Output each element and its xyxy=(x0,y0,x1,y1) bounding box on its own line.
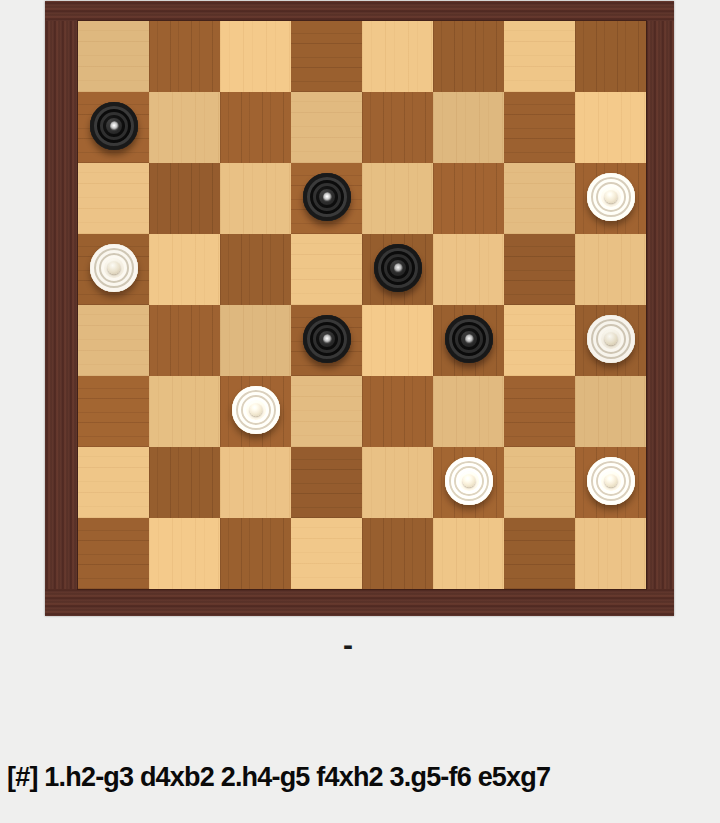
square-a4[interactable] xyxy=(78,305,149,376)
white-piece-h2[interactable] xyxy=(587,457,635,505)
game-result: - xyxy=(0,628,696,662)
square-a6[interactable] xyxy=(78,163,149,234)
square-a2[interactable] xyxy=(78,447,149,518)
square-c7[interactable] xyxy=(220,92,291,163)
square-g4[interactable] xyxy=(504,305,575,376)
square-f7[interactable] xyxy=(433,92,504,163)
square-a7[interactable] xyxy=(78,92,149,163)
square-f1[interactable] xyxy=(433,518,504,589)
square-h6[interactable] xyxy=(575,163,646,234)
square-d5[interactable] xyxy=(291,234,362,305)
board-frame xyxy=(45,1,674,616)
black-piece-e5[interactable] xyxy=(374,244,422,292)
square-d3[interactable] xyxy=(291,376,362,447)
frame-bottom-rail xyxy=(45,589,674,616)
square-g2[interactable] xyxy=(504,447,575,518)
square-d6[interactable] xyxy=(291,163,362,234)
square-b1[interactable] xyxy=(149,518,220,589)
square-e7[interactable] xyxy=(362,92,433,163)
square-d7[interactable] xyxy=(291,92,362,163)
square-e8[interactable] xyxy=(362,21,433,92)
square-b6[interactable] xyxy=(149,163,220,234)
move-list: [#] 1.h2-g3 d4xb2 2.h4-g5 f4xh2 3.g5-f6 … xyxy=(7,690,713,823)
square-b8[interactable] xyxy=(149,21,220,92)
square-h7[interactable] xyxy=(575,92,646,163)
square-f5[interactable] xyxy=(433,234,504,305)
square-c6[interactable] xyxy=(220,163,291,234)
square-c5[interactable] xyxy=(220,234,291,305)
square-a5[interactable] xyxy=(78,234,149,305)
white-piece-h6[interactable] xyxy=(587,173,635,221)
square-g8[interactable] xyxy=(504,21,575,92)
square-h5[interactable] xyxy=(575,234,646,305)
square-f8[interactable] xyxy=(433,21,504,92)
square-c8[interactable] xyxy=(220,21,291,92)
square-f3[interactable] xyxy=(433,376,504,447)
square-d2[interactable] xyxy=(291,447,362,518)
square-h1[interactable] xyxy=(575,518,646,589)
black-piece-f4[interactable] xyxy=(445,315,493,363)
square-f6[interactable] xyxy=(433,163,504,234)
square-c1[interactable] xyxy=(220,518,291,589)
square-e5[interactable] xyxy=(362,234,433,305)
square-g7[interactable] xyxy=(504,92,575,163)
black-piece-d4[interactable] xyxy=(303,315,351,363)
square-f2[interactable] xyxy=(433,447,504,518)
square-g5[interactable] xyxy=(504,234,575,305)
square-b5[interactable] xyxy=(149,234,220,305)
square-g3[interactable] xyxy=(504,376,575,447)
white-piece-h4[interactable] xyxy=(587,315,635,363)
square-h2[interactable] xyxy=(575,447,646,518)
frame-top-rail xyxy=(45,1,674,21)
square-e1[interactable] xyxy=(362,518,433,589)
square-b7[interactable] xyxy=(149,92,220,163)
move-list-line: [#] 1.h2-g3 d4xb2 2.h4-g5 f4xh2 3.g5-f6 … xyxy=(7,760,713,795)
square-e3[interactable] xyxy=(362,376,433,447)
black-piece-d6[interactable] xyxy=(303,173,351,221)
square-e4[interactable] xyxy=(362,305,433,376)
checkers-board xyxy=(78,21,646,589)
square-b3[interactable] xyxy=(149,376,220,447)
square-d8[interactable] xyxy=(291,21,362,92)
white-piece-a5[interactable] xyxy=(90,244,138,292)
square-d1[interactable] xyxy=(291,518,362,589)
square-c3[interactable] xyxy=(220,376,291,447)
square-g1[interactable] xyxy=(504,518,575,589)
square-h8[interactable] xyxy=(575,21,646,92)
square-a8[interactable] xyxy=(78,21,149,92)
square-e6[interactable] xyxy=(362,163,433,234)
white-piece-f2[interactable] xyxy=(445,457,493,505)
square-e2[interactable] xyxy=(362,447,433,518)
square-b2[interactable] xyxy=(149,447,220,518)
square-h3[interactable] xyxy=(575,376,646,447)
white-piece-c3[interactable] xyxy=(232,386,280,434)
black-piece-a7[interactable] xyxy=(90,102,138,150)
square-h4[interactable] xyxy=(575,305,646,376)
square-a3[interactable] xyxy=(78,376,149,447)
square-d4[interactable] xyxy=(291,305,362,376)
square-g6[interactable] xyxy=(504,163,575,234)
square-a1[interactable] xyxy=(78,518,149,589)
square-f4[interactable] xyxy=(433,305,504,376)
square-c2[interactable] xyxy=(220,447,291,518)
square-b4[interactable] xyxy=(149,305,220,376)
square-c4[interactable] xyxy=(220,305,291,376)
